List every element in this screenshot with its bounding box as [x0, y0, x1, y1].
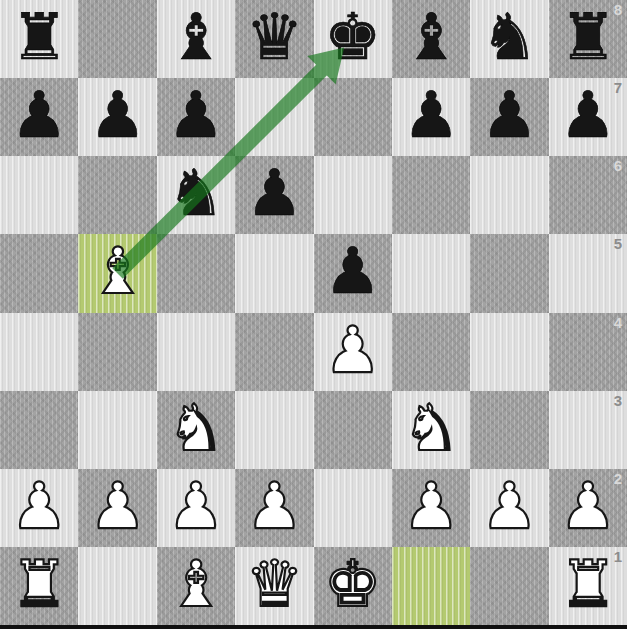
piece-black-knight[interactable]: ♞: [167, 161, 224, 225]
square-e2[interactable]: [314, 469, 392, 547]
piece-white-pawn[interactable]: ♟: [402, 474, 459, 538]
square-e7[interactable]: [314, 78, 392, 156]
square-e5[interactable]: ♟: [314, 234, 392, 312]
piece-black-pawn[interactable]: ♟: [246, 161, 303, 225]
square-f8[interactable]: ♝: [392, 0, 470, 78]
piece-white-pawn[interactable]: ♟: [481, 474, 538, 538]
piece-black-knight[interactable]: ♞: [481, 5, 538, 69]
square-e6[interactable]: [314, 156, 392, 234]
square-e3[interactable]: [314, 391, 392, 469]
rank-label-8: 8: [614, 2, 622, 17]
piece-white-bishop[interactable]: ♝: [167, 552, 224, 616]
square-d3[interactable]: [235, 391, 313, 469]
rank-label-6: 6: [614, 158, 622, 173]
square-a2[interactable]: ♟: [0, 469, 78, 547]
square-h1[interactable]: ♜1: [549, 547, 627, 625]
square-b4[interactable]: [78, 313, 156, 391]
square-d7[interactable]: [235, 78, 313, 156]
piece-black-pawn[interactable]: ♟: [402, 83, 459, 147]
square-f7[interactable]: ♟: [392, 78, 470, 156]
square-h8[interactable]: ♜8: [549, 0, 627, 78]
piece-white-knight[interactable]: ♞: [402, 396, 459, 460]
square-g3[interactable]: [470, 391, 548, 469]
square-g6[interactable]: [470, 156, 548, 234]
square-h2[interactable]: ♟2: [549, 469, 627, 547]
square-h7[interactable]: ♟7: [549, 78, 627, 156]
piece-white-queen[interactable]: ♛: [246, 552, 303, 616]
piece-white-king[interactable]: ♚: [324, 552, 381, 616]
rank-label-7: 7: [614, 80, 622, 95]
square-d5[interactable]: [235, 234, 313, 312]
rank-label-5: 5: [614, 236, 622, 251]
square-c8[interactable]: ♝: [157, 0, 235, 78]
square-f2[interactable]: ♟: [392, 469, 470, 547]
piece-black-rook[interactable]: ♜: [559, 5, 616, 69]
piece-black-pawn[interactable]: ♟: [89, 83, 146, 147]
square-d4[interactable]: [235, 313, 313, 391]
chess-board[interactable]: ♜♝♛♚♝♞♜8♟♟♟♟♟♟7♞♟6♝♟5♟4♞♞3♟♟♟♟♟♟♟2♜♝♛♚♜1: [0, 0, 627, 625]
square-f3[interactable]: ♞: [392, 391, 470, 469]
square-a6[interactable]: [0, 156, 78, 234]
square-b6[interactable]: [78, 156, 156, 234]
piece-white-rook[interactable]: ♜: [559, 552, 616, 616]
piece-black-pawn[interactable]: ♟: [167, 83, 224, 147]
square-g4[interactable]: [470, 313, 548, 391]
square-e1[interactable]: ♚: [314, 547, 392, 625]
piece-black-pawn[interactable]: ♟: [559, 83, 616, 147]
rank-label-2: 2: [614, 471, 622, 486]
piece-white-bishop[interactable]: ♝: [89, 239, 146, 303]
piece-black-pawn[interactable]: ♟: [324, 239, 381, 303]
square-b2[interactable]: ♟: [78, 469, 156, 547]
bottom-edge-bar: [0, 625, 627, 629]
piece-black-bishop[interactable]: ♝: [402, 5, 459, 69]
square-a1[interactable]: ♜: [0, 547, 78, 625]
square-a5[interactable]: [0, 234, 78, 312]
piece-white-knight[interactable]: ♞: [167, 396, 224, 460]
square-c3[interactable]: ♞: [157, 391, 235, 469]
piece-white-pawn[interactable]: ♟: [559, 474, 616, 538]
square-d2[interactable]: ♟: [235, 469, 313, 547]
rank-label-3: 3: [614, 393, 622, 408]
square-h5[interactable]: 5: [549, 234, 627, 312]
square-c2[interactable]: ♟: [157, 469, 235, 547]
rank-label-1: 1: [614, 549, 622, 564]
square-h4[interactable]: 4: [549, 313, 627, 391]
square-a3[interactable]: [0, 391, 78, 469]
square-g7[interactable]: ♟: [470, 78, 548, 156]
piece-black-pawn[interactable]: ♟: [481, 83, 538, 147]
piece-black-bishop[interactable]: ♝: [167, 5, 224, 69]
rank-label-4: 4: [614, 315, 622, 330]
piece-white-pawn[interactable]: ♟: [324, 318, 381, 382]
square-h6[interactable]: 6: [549, 156, 627, 234]
square-g8[interactable]: ♞: [470, 0, 548, 78]
square-b7[interactable]: ♟: [78, 78, 156, 156]
square-a4[interactable]: [0, 313, 78, 391]
piece-white-pawn[interactable]: ♟: [246, 474, 303, 538]
piece-black-queen[interactable]: ♛: [246, 5, 303, 69]
square-h3[interactable]: 3: [549, 391, 627, 469]
square-a8[interactable]: ♜: [0, 0, 78, 78]
square-g2[interactable]: ♟: [470, 469, 548, 547]
square-b3[interactable]: [78, 391, 156, 469]
square-g5[interactable]: [470, 234, 548, 312]
square-c1[interactable]: ♝: [157, 547, 235, 625]
square-b8[interactable]: [78, 0, 156, 78]
square-d8[interactable]: ♛: [235, 0, 313, 78]
piece-white-rook[interactable]: ♜: [11, 552, 68, 616]
piece-white-pawn[interactable]: ♟: [89, 474, 146, 538]
square-a7[interactable]: ♟: [0, 78, 78, 156]
square-f5[interactable]: [392, 234, 470, 312]
square-f1[interactable]: [392, 547, 470, 625]
square-b5[interactable]: ♝: [78, 234, 156, 312]
square-e4[interactable]: ♟: [314, 313, 392, 391]
square-d1[interactable]: ♛: [235, 547, 313, 625]
square-d6[interactable]: ♟: [235, 156, 313, 234]
square-g1[interactable]: [470, 547, 548, 625]
piece-black-rook[interactable]: ♜: [11, 5, 68, 69]
square-c6[interactable]: ♞: [157, 156, 235, 234]
square-c4[interactable]: [157, 313, 235, 391]
piece-black-king[interactable]: ♚: [324, 5, 381, 69]
square-f6[interactable]: [392, 156, 470, 234]
piece-black-pawn[interactable]: ♟: [11, 83, 68, 147]
square-b1[interactable]: [78, 547, 156, 625]
square-c7[interactable]: ♟: [157, 78, 235, 156]
square-c5[interactable]: [157, 234, 235, 312]
piece-white-pawn[interactable]: ♟: [11, 474, 68, 538]
piece-white-pawn[interactable]: ♟: [167, 474, 224, 538]
square-e8[interactable]: ♚: [314, 0, 392, 78]
chess-app: ♜♝♛♚♝♞♜8♟♟♟♟♟♟7♞♟6♝♟5♟4♞♞3♟♟♟♟♟♟♟2♜♝♛♚♜1: [0, 0, 627, 629]
square-f4[interactable]: [392, 313, 470, 391]
